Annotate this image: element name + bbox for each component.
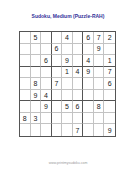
sudoku-cell-r4c3[interactable]	[41, 67, 52, 79]
sudoku-cell-r1c1[interactable]	[20, 32, 31, 44]
sudoku-cell-r5c1[interactable]	[20, 78, 31, 90]
footer-url: www.printmysudoku.com	[0, 161, 136, 166]
sudoku-cell-r3c7[interactable]: 4	[83, 55, 94, 67]
sudoku-cell-r2c8[interactable]: 9	[94, 44, 105, 56]
sudoku-cell-r6c9[interactable]	[104, 90, 115, 102]
sudoku-cell-r6c7[interactable]	[83, 90, 94, 102]
sudoku-cell-r2c1[interactable]	[20, 44, 31, 56]
sudoku-cell-r9c9[interactable]: 9	[104, 124, 115, 136]
sudoku-cell-r3c8[interactable]	[94, 55, 105, 67]
sudoku-cell-r4c6[interactable]: 4	[73, 67, 84, 79]
sudoku-cell-r5c3[interactable]	[41, 78, 52, 90]
sudoku-cell-r9c6[interactable]: 7	[73, 124, 84, 136]
sudoku-cell-r2c2[interactable]	[31, 44, 42, 56]
sudoku-cell-r6c4[interactable]	[52, 90, 63, 102]
sudoku-cell-r2c6[interactable]	[73, 44, 84, 56]
sudoku-cell-r7c5[interactable]: 5	[62, 101, 73, 113]
sudoku-cell-r3c2[interactable]	[31, 55, 42, 67]
sudoku-cell-r7c7[interactable]	[83, 101, 94, 113]
sudoku-cell-r2c4[interactable]: 6	[52, 44, 63, 56]
sudoku-cell-r4c5[interactable]: 1	[62, 67, 73, 79]
sudoku-cell-r1c3[interactable]	[41, 32, 52, 44]
sudoku-cell-r6c8[interactable]	[94, 90, 105, 102]
sudoku-cell-r2c9[interactable]	[104, 44, 115, 56]
sudoku-cell-r1c7[interactable]: 6	[83, 32, 94, 44]
sudoku-cell-r5c4[interactable]: 7	[52, 78, 63, 90]
sudoku-cell-r4c9[interactable]: 7	[104, 67, 115, 79]
sudoku-cell-r7c6[interactable]: 6	[73, 101, 84, 113]
page-title: Sudoku, Medium (Puzzle-RAH)	[0, 13, 136, 20]
sudoku-cell-r3c6[interactable]	[73, 55, 84, 67]
sudoku-cell-r3c9[interactable]: 1	[104, 55, 115, 67]
sudoku-cell-r3c5[interactable]: 9	[62, 55, 73, 67]
sudoku-cell-r8c9[interactable]	[104, 113, 115, 125]
sudoku-cell-r9c8[interactable]	[94, 124, 105, 136]
sudoku-cell-r5c2[interactable]: 8	[31, 78, 42, 90]
sudoku-cell-r9c3[interactable]	[41, 124, 52, 136]
sudoku-cell-r3c4[interactable]	[52, 55, 63, 67]
sudoku-cell-r6c2[interactable]: 9	[31, 90, 42, 102]
sudoku-cell-r8c3[interactable]	[41, 113, 52, 125]
sudoku-cell-r1c9[interactable]: 2	[104, 32, 115, 44]
sudoku-cell-r3c1[interactable]	[20, 55, 31, 67]
sudoku-cell-r1c4[interactable]	[52, 32, 63, 44]
sudoku-cell-r6c1[interactable]	[20, 90, 31, 102]
sudoku-cell-r1c5[interactable]: 4	[62, 32, 73, 44]
sudoku-cell-r2c3[interactable]	[41, 44, 52, 56]
sudoku-cell-r9c7[interactable]	[83, 124, 94, 136]
sudoku-cell-r2c5[interactable]	[62, 44, 73, 56]
sudoku-cell-r4c1[interactable]	[20, 67, 31, 79]
sudoku-cell-r7c4[interactable]	[52, 101, 63, 113]
sudoku-cell-r6c3[interactable]: 4	[41, 90, 52, 102]
sudoku-cell-r7c9[interactable]	[104, 101, 115, 113]
sudoku-cell-r7c2[interactable]	[31, 101, 42, 113]
sudoku-cell-r5c7[interactable]	[83, 78, 94, 90]
sudoku-cell-r8c6[interactable]	[73, 113, 84, 125]
sudoku-cell-r8c4[interactable]	[52, 113, 63, 125]
sudoku-cell-r5c9[interactable]: 6	[104, 78, 115, 90]
sudoku-cell-r9c4[interactable]	[52, 124, 63, 136]
sudoku-cell-r2c7[interactable]	[83, 44, 94, 56]
sudoku-cell-r5c6[interactable]	[73, 78, 84, 90]
sudoku-cell-r5c8[interactable]	[94, 78, 105, 90]
sudoku-cell-r8c1[interactable]: 8	[20, 113, 31, 125]
sudoku-cell-r3c3[interactable]: 6	[41, 55, 52, 67]
sudoku-cell-r6c5[interactable]	[62, 90, 73, 102]
sudoku-cell-r1c6[interactable]	[73, 32, 84, 44]
sudoku-cell-r8c8[interactable]	[94, 113, 105, 125]
sudoku-cell-r1c2[interactable]: 5	[31, 32, 42, 44]
sudoku-cell-r4c7[interactable]: 9	[83, 67, 94, 79]
sudoku-sheet: Sudoku, Medium (Puzzle-RAH) 546726969411…	[0, 0, 136, 176]
sudoku-cell-r1c8[interactable]: 7	[94, 32, 105, 44]
sudoku-cell-r8c5[interactable]	[62, 113, 73, 125]
sudoku-cell-r4c2[interactable]	[31, 67, 42, 79]
sudoku-cell-r9c2[interactable]	[31, 124, 42, 136]
sudoku-cell-r5c5[interactable]	[62, 78, 73, 90]
sudoku-cell-r9c1[interactable]	[20, 124, 31, 136]
sudoku-cell-r7c3[interactable]: 9	[41, 101, 52, 113]
sudoku-cell-r7c8[interactable]: 8	[94, 101, 105, 113]
sudoku-cell-r8c2[interactable]: 3	[31, 113, 42, 125]
sudoku-cell-r7c1[interactable]	[20, 101, 31, 113]
sudoku-board: 5467269694114978769495688379	[19, 31, 116, 137]
sudoku-cell-r9c5[interactable]	[62, 124, 73, 136]
sudoku-cell-r4c8[interactable]	[94, 67, 105, 79]
sudoku-cell-r8c7[interactable]	[83, 113, 94, 125]
sudoku-cell-r6c6[interactable]	[73, 90, 84, 102]
sudoku-cell-r4c4[interactable]	[52, 67, 63, 79]
